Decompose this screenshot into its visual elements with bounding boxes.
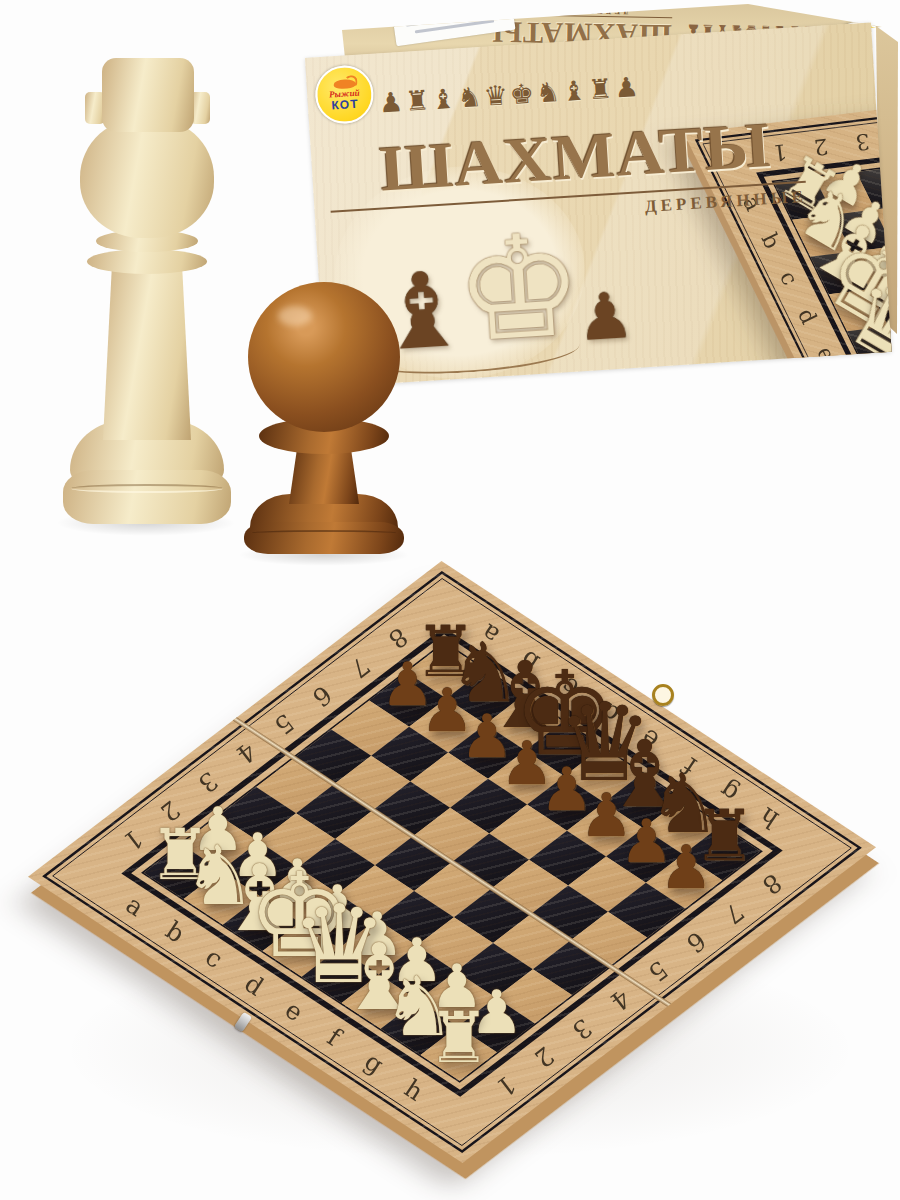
piece-black-pawn-h7[interactable]: ♟ xyxy=(659,838,713,898)
pieces-silhouette-row-icon: ♟♜♝♞♛♚♞♝♜♟ xyxy=(359,70,660,120)
display-pawn-dark-wood xyxy=(232,278,417,568)
brand-word-2: КОТ xyxy=(331,97,359,111)
brass-clasp-icon xyxy=(652,684,674,706)
dark-pawn-icon: ♟ xyxy=(575,288,636,346)
product-photo-page: ♟♜♝♞♛♚♞♝♜♟ ШАХМАТЫ ДЕРЕВЯННЫЕ Рыжий КОТ … xyxy=(0,0,900,1200)
cat-icon xyxy=(327,78,360,90)
file-label-f: f xyxy=(831,382,857,387)
square-f1 xyxy=(866,364,892,388)
box-top-subtitle: ДЕРЕВЯННЫЕ xyxy=(492,5,672,19)
piece-white-knight-g1: ♞ xyxy=(876,359,891,387)
piece-white-rook-h1[interactable]: ♜ xyxy=(427,1003,490,1073)
display-king-light-wood xyxy=(52,52,242,552)
